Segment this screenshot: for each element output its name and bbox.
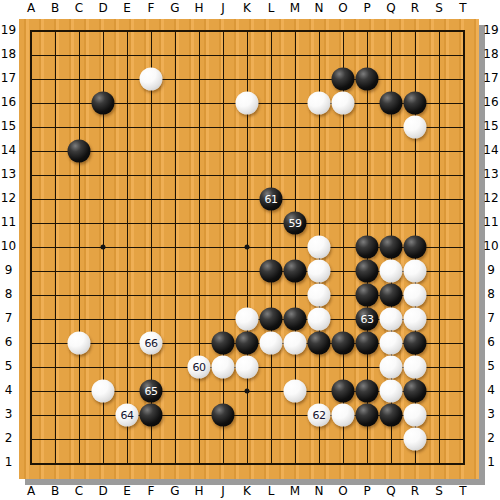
row-label-left-7: 7 [0, 311, 17, 326]
stone-white-F6: 66 [140, 332, 163, 355]
row-label-right-9: 9 [482, 263, 500, 278]
row-label-left-16: 16 [0, 95, 17, 110]
col-label-top-O: O [333, 1, 353, 16]
row-label-right-14: 14 [482, 143, 500, 158]
stone-white-N3: 62 [308, 404, 331, 427]
row-label-left-5: 5 [0, 359, 17, 374]
col-label-top-D: D [93, 1, 113, 16]
stone-black-R16 [404, 92, 427, 115]
row-label-left-8: 8 [0, 287, 17, 302]
col-label-top-N: N [309, 1, 329, 16]
col-label-bottom-A: A [21, 484, 41, 499]
col-label-top-K: K [237, 1, 257, 16]
stone-black-P17 [356, 68, 379, 91]
stone-black-M11: 59 [284, 212, 307, 235]
col-label-top-P: P [357, 1, 377, 16]
col-label-bottom-R: R [405, 484, 425, 499]
stone-white-K7 [236, 308, 259, 331]
col-label-top-J: J [213, 1, 233, 16]
stone-white-K5 [236, 356, 259, 379]
move-number-59: 59 [289, 218, 302, 229]
row-label-right-2: 2 [482, 431, 500, 446]
row-label-left-19: 19 [0, 23, 17, 38]
row-label-right-19: 19 [482, 23, 500, 38]
row-label-right-13: 13 [482, 167, 500, 182]
stone-white-O16 [332, 92, 355, 115]
col-label-bottom-S: S [429, 484, 449, 499]
row-label-left-11: 11 [0, 215, 17, 230]
stone-black-O4 [332, 380, 355, 403]
stone-white-J5 [212, 356, 235, 379]
col-label-top-T: T [453, 1, 473, 16]
row-label-right-10: 10 [482, 239, 500, 254]
stone-white-R7 [404, 308, 427, 331]
row-label-right-5: 5 [482, 359, 500, 374]
col-label-bottom-G: G [165, 484, 185, 499]
move-number-65: 65 [145, 386, 158, 397]
col-label-top-Q: Q [381, 1, 401, 16]
stone-black-K6 [236, 332, 259, 355]
stone-black-F4: 65 [140, 380, 163, 403]
row-label-left-4: 4 [0, 383, 17, 398]
stone-black-L7 [260, 308, 283, 331]
row-label-right-4: 4 [482, 383, 500, 398]
stone-black-N6 [308, 332, 331, 355]
stone-white-R2 [404, 428, 427, 451]
col-label-bottom-D: D [93, 484, 113, 499]
col-label-bottom-M: M [285, 484, 305, 499]
row-label-left-9: 9 [0, 263, 17, 278]
row-label-right-17: 17 [482, 71, 500, 86]
stone-white-R9 [404, 260, 427, 283]
col-label-top-C: C [69, 1, 89, 16]
col-label-top-F: F [141, 1, 161, 16]
stone-black-C14 [68, 140, 91, 163]
stone-black-Q16 [380, 92, 403, 115]
stone-black-P3 [356, 404, 379, 427]
stone-white-D4 [92, 380, 115, 403]
stone-black-Q3 [380, 404, 403, 427]
col-label-top-G: G [165, 1, 185, 16]
col-label-bottom-E: E [117, 484, 137, 499]
move-number-64: 64 [121, 410, 134, 421]
row-label-left-15: 15 [0, 119, 17, 134]
row-label-right-12: 12 [482, 191, 500, 206]
row-label-right-7: 7 [482, 311, 500, 326]
stone-white-C6 [68, 332, 91, 355]
stone-white-N8 [308, 284, 331, 307]
stone-white-N9 [308, 260, 331, 283]
stone-black-F3 [140, 404, 163, 427]
col-label-bottom-L: L [261, 484, 281, 499]
col-label-bottom-J: J [213, 484, 233, 499]
row-label-right-11: 11 [482, 215, 500, 230]
stone-white-R15 [404, 116, 427, 139]
row-label-left-3: 3 [0, 407, 17, 422]
stone-black-Q10 [380, 236, 403, 259]
stone-white-F17 [140, 68, 163, 91]
row-label-left-10: 10 [0, 239, 17, 254]
stone-white-L6 [260, 332, 283, 355]
col-label-bottom-F: F [141, 484, 161, 499]
row-label-left-14: 14 [0, 143, 17, 158]
stone-white-R3 [404, 404, 427, 427]
stone-white-Q4 [380, 380, 403, 403]
stone-white-E3: 64 [116, 404, 139, 427]
stone-black-M7 [284, 308, 307, 331]
row-label-left-2: 2 [0, 431, 17, 446]
move-number-63: 63 [361, 314, 374, 325]
stone-white-N7 [308, 308, 331, 331]
row-label-left-17: 17 [0, 71, 17, 86]
stone-white-Q6 [380, 332, 403, 355]
row-label-left-1: 1 [0, 455, 17, 470]
stone-black-Q8 [380, 284, 403, 307]
row-label-right-8: 8 [482, 287, 500, 302]
stone-black-O17 [332, 68, 355, 91]
row-label-left-13: 13 [0, 167, 17, 182]
stone-white-M4 [284, 380, 307, 403]
row-label-right-3: 3 [482, 407, 500, 422]
row-label-right-16: 16 [482, 95, 500, 110]
row-label-right-15: 15 [482, 119, 500, 134]
col-label-bottom-K: K [237, 484, 257, 499]
move-number-61: 61 [265, 194, 278, 205]
row-label-left-12: 12 [0, 191, 17, 206]
col-label-top-E: E [117, 1, 137, 16]
col-label-bottom-B: B [45, 484, 65, 499]
go-diagram-root: AABBCCDDEEFFGGHHJJKKLLMMNNOOPPQQRRSSTT19… [0, 0, 500, 500]
col-label-bottom-P: P [357, 484, 377, 499]
star-point-K10 [245, 245, 250, 250]
col-label-top-L: L [261, 1, 281, 16]
stone-black-O6 [332, 332, 355, 355]
row-label-right-18: 18 [482, 47, 500, 62]
stone-white-M6 [284, 332, 307, 355]
move-number-62: 62 [313, 410, 326, 421]
row-label-left-18: 18 [0, 47, 17, 62]
row-label-left-6: 6 [0, 335, 17, 350]
stone-white-O3 [332, 404, 355, 427]
stone-black-L9 [260, 260, 283, 283]
row-label-right-6: 6 [482, 335, 500, 350]
col-label-top-B: B [45, 1, 65, 16]
stone-white-Q9 [380, 260, 403, 283]
stone-black-P4 [356, 380, 379, 403]
stone-white-R5 [404, 356, 427, 379]
col-label-bottom-Q: Q [381, 484, 401, 499]
stone-white-N16 [308, 92, 331, 115]
col-label-bottom-H: H [189, 484, 209, 499]
stone-white-R8 [404, 284, 427, 307]
star-point-K4 [245, 389, 250, 394]
stone-black-L12: 61 [260, 188, 283, 211]
stone-black-P8 [356, 284, 379, 307]
stone-black-P10 [356, 236, 379, 259]
stone-black-R10 [404, 236, 427, 259]
stone-white-N10 [308, 236, 331, 259]
stone-black-R6 [404, 332, 427, 355]
stone-black-R4 [404, 380, 427, 403]
stone-white-Q7 [380, 308, 403, 331]
col-label-top-A: A [21, 1, 41, 16]
stone-black-P7: 63 [356, 308, 379, 331]
stone-black-J3 [212, 404, 235, 427]
stone-white-Q5 [380, 356, 403, 379]
col-label-bottom-N: N [309, 484, 329, 499]
col-label-bottom-T: T [453, 484, 473, 499]
stone-black-M9 [284, 260, 307, 283]
stone-black-J6 [212, 332, 235, 355]
stone-white-H5: 60 [188, 356, 211, 379]
col-label-top-S: S [429, 1, 449, 16]
col-label-top-R: R [405, 1, 425, 16]
col-label-bottom-O: O [333, 484, 353, 499]
move-number-66: 66 [145, 338, 158, 349]
col-label-top-M: M [285, 1, 305, 16]
stone-white-K16 [236, 92, 259, 115]
move-number-60: 60 [193, 362, 206, 373]
star-point-D10 [101, 245, 106, 250]
stone-black-P9 [356, 260, 379, 283]
col-label-bottom-C: C [69, 484, 89, 499]
stone-black-D16 [92, 92, 115, 115]
row-label-right-1: 1 [482, 455, 500, 470]
stone-black-P6 [356, 332, 379, 355]
col-label-top-H: H [189, 1, 209, 16]
